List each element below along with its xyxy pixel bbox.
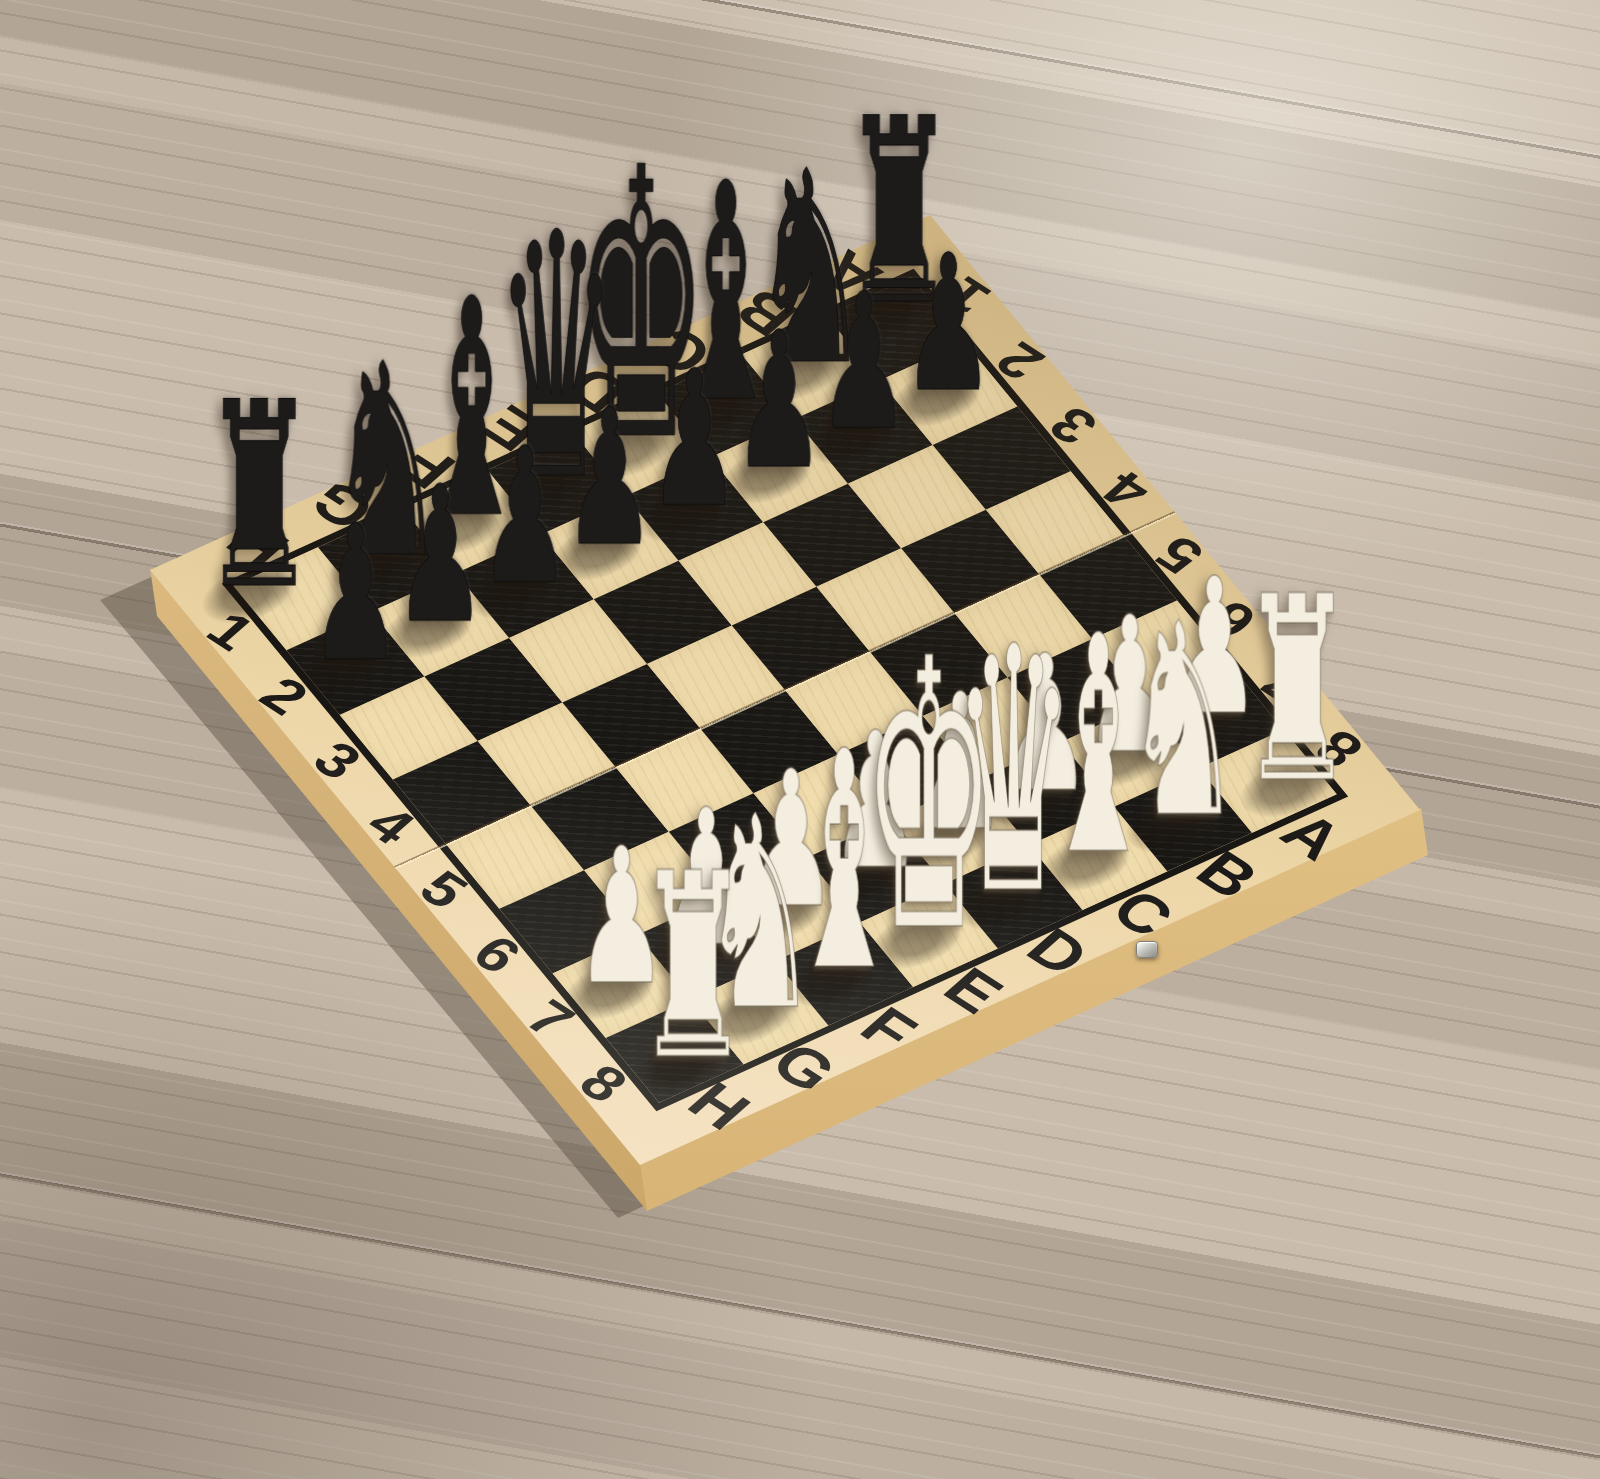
label-rank-right-2-text: 2 [985, 334, 1054, 388]
black-pawn-glyph: ♟ [648, 346, 741, 534]
black-pawn-glyph: ♟ [394, 461, 487, 649]
label-rank-right-4-text: 4 [1092, 463, 1161, 517]
black-pawn-glyph: ♟ [309, 500, 402, 688]
black-pawn-glyph: ♟ [479, 423, 572, 611]
label-rank-left-4-text: 4 [356, 798, 425, 852]
label-rank-left-5-text: 5 [409, 863, 478, 917]
white-rook-glyph: ♜ [636, 839, 751, 1095]
black-pawn-glyph: ♟ [902, 230, 995, 418]
label-rank-left-6-text: 6 [462, 927, 531, 981]
black-pawn-glyph: ♟ [817, 269, 910, 457]
black-pawn-glyph: ♟ [733, 307, 826, 495]
black-pawn-glyph: ♟ [563, 384, 656, 572]
metal-latch-icon [1136, 941, 1158, 958]
black-rook-glyph: ♜ [202, 368, 317, 624]
label-rank-left-8-text: 8 [569, 1056, 638, 1110]
white-rook-glyph: ♜ [1240, 562, 1355, 818]
label-rank-right-3-text: 3 [1039, 398, 1108, 452]
scene: 11HH22GG33FF44EE55DD66CC77BB88AA ♜♞♝♛♚♝♞… [0, 0, 1600, 1479]
label-rank-left-3-text: 3 [303, 733, 372, 787]
chess-board: 11HH22GG33FF44EE55DD66CC77BB88AA ♜♞♝♛♚♝♞… [150, 215, 1420, 1165]
